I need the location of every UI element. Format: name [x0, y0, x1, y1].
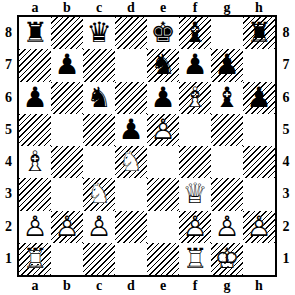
piece-glyph: ♚: [147, 17, 179, 49]
piece-white-pawn[interactable]: ♟♙: [83, 211, 115, 243]
square-h7[interactable]: [243, 49, 275, 81]
square-a4[interactable]: ♝♗: [19, 146, 51, 178]
piece-glyph: ♗: [179, 82, 211, 114]
square-e1[interactable]: [147, 243, 179, 275]
rank-label-5-left: 5: [0, 114, 17, 146]
rank-label-6-right: 6: [277, 82, 295, 114]
square-b6[interactable]: [51, 82, 83, 114]
piece-white-king[interactable]: ♚♔: [211, 243, 243, 275]
rank-labels-right: 87654321: [277, 15, 295, 277]
piece-glyph: ♗: [19, 146, 51, 178]
file-labels-bottom: abcdefgh: [17, 277, 277, 295]
piece-white-knight[interactable]: ♞♘: [115, 146, 147, 178]
square-g8[interactable]: [211, 17, 243, 49]
file-label-h-bottom: h: [243, 277, 275, 295]
piece-glyph: ♟: [147, 82, 179, 114]
piece-black-knight[interactable]: ♞: [147, 49, 179, 81]
piece-glyph: ♖: [179, 243, 211, 275]
piece-white-pawn[interactable]: ♟♙: [211, 211, 243, 243]
rank-label-7-left: 7: [0, 49, 17, 81]
square-e8[interactable]: ♚: [147, 17, 179, 49]
square-h8[interactable]: ♜: [243, 17, 275, 49]
piece-black-pawn[interactable]: ♟: [19, 82, 51, 114]
piece-white-pawn[interactable]: ♟♙: [179, 211, 211, 243]
rank-label-2-left: 2: [0, 211, 17, 243]
square-g2[interactable]: ♟♙: [211, 211, 243, 243]
file-label-b-bottom: b: [51, 277, 83, 295]
piece-black-bishop[interactable]: ♝: [179, 17, 211, 49]
rank-label-8-right: 8: [277, 17, 295, 49]
piece-glyph: ♕: [179, 178, 211, 210]
corner-top-left: [0, 0, 17, 15]
file-label-d-bottom: d: [115, 277, 147, 295]
rank-label-1-right: 1: [277, 243, 295, 275]
square-g5[interactable]: [211, 114, 243, 146]
piece-black-pawn[interactable]: ♟: [51, 49, 83, 81]
square-c5[interactable]: [83, 114, 115, 146]
piece-glyph: ♙: [51, 211, 83, 243]
rank-label-2-right: 2: [277, 211, 295, 243]
rank-label-4-right: 4: [277, 146, 295, 178]
file-label-b-top: b: [51, 0, 83, 15]
corner-bottom-left: [0, 277, 17, 295]
file-label-f-top: f: [179, 0, 211, 15]
corner-bottom-right: [277, 277, 295, 295]
square-g4[interactable]: [211, 146, 243, 178]
piece-black-king[interactable]: ♚: [147, 17, 179, 49]
piece-black-rook[interactable]: ♜: [19, 17, 51, 49]
square-e7[interactable]: ♞: [147, 49, 179, 81]
piece-white-pawn[interactable]: ♟♙: [51, 211, 83, 243]
square-d6[interactable]: [115, 82, 147, 114]
corner-top-right: [277, 0, 295, 15]
square-d7[interactable]: [115, 49, 147, 81]
square-b5[interactable]: [51, 114, 83, 146]
file-label-c-bottom: c: [83, 277, 115, 295]
square-c8[interactable]: ♛: [83, 17, 115, 49]
piece-white-bishop[interactable]: ♝♗: [19, 146, 51, 178]
piece-black-pawn[interactable]: ♟: [115, 114, 147, 146]
file-label-h-top: h: [243, 0, 275, 15]
file-label-f-bottom: f: [179, 277, 211, 295]
square-e3[interactable]: [147, 178, 179, 210]
chess-board: ♜♛♚♝♜♟♞♟♟♟♞♟♝♗♝♟♟♟♙♝♗♞♘♞♘♛♕♟♙♟♙♟♙♟♙♟♙♟♙♜…: [17, 15, 277, 277]
square-e6[interactable]: ♟: [147, 82, 179, 114]
square-f4[interactable]: [179, 146, 211, 178]
rank-label-3-right: 3: [277, 178, 295, 210]
piece-white-rook[interactable]: ♜♖: [179, 243, 211, 275]
square-f2[interactable]: ♟♙: [179, 211, 211, 243]
square-f1[interactable]: ♜♖: [179, 243, 211, 275]
square-c4[interactable]: [83, 146, 115, 178]
piece-glyph: ♙: [243, 211, 275, 243]
piece-glyph: ♟: [243, 82, 275, 114]
piece-white-knight[interactable]: ♞♘: [83, 178, 115, 210]
piece-glyph: ♞: [147, 49, 179, 81]
piece-glyph: ♙: [147, 114, 179, 146]
square-a7[interactable]: [19, 49, 51, 81]
piece-white-pawn[interactable]: ♟♙: [19, 211, 51, 243]
square-b1[interactable]: [51, 243, 83, 275]
piece-glyph: ♟: [19, 82, 51, 114]
piece-white-pawn[interactable]: ♟♙: [147, 114, 179, 146]
piece-black-bishop[interactable]: ♝: [211, 82, 243, 114]
piece-glyph: ♘: [83, 178, 115, 210]
square-h6[interactable]: ♟: [243, 82, 275, 114]
rank-label-8-left: 8: [0, 17, 17, 49]
square-f5[interactable]: [179, 114, 211, 146]
piece-glyph: ♙: [83, 211, 115, 243]
square-d2[interactable]: [115, 211, 147, 243]
piece-white-queen[interactable]: ♛♕: [179, 178, 211, 210]
piece-black-pawn[interactable]: ♟: [147, 82, 179, 114]
square-d4[interactable]: ♞♘: [115, 146, 147, 178]
square-f3[interactable]: ♛♕: [179, 178, 211, 210]
square-c3[interactable]: ♞♘: [83, 178, 115, 210]
square-d8[interactable]: [115, 17, 147, 49]
piece-glyph: ♛: [83, 17, 115, 49]
square-g3[interactable]: [211, 178, 243, 210]
piece-glyph: ♝: [211, 82, 243, 114]
square-a2[interactable]: ♟♙: [19, 211, 51, 243]
piece-glyph: ♙: [19, 211, 51, 243]
piece-glyph: ♞: [83, 82, 115, 114]
file-label-e-bottom: e: [147, 277, 179, 295]
rank-label-4-left: 4: [0, 146, 17, 178]
file-label-a-top: a: [19, 0, 51, 15]
rank-label-6-left: 6: [0, 82, 17, 114]
square-c1[interactable]: [83, 243, 115, 275]
piece-black-queen[interactable]: ♛: [83, 17, 115, 49]
square-e5[interactable]: ♟♙: [147, 114, 179, 146]
file-label-d-top: d: [115, 0, 147, 15]
square-h2[interactable]: ♟♙: [243, 211, 275, 243]
square-b4[interactable]: [51, 146, 83, 178]
square-g6[interactable]: ♝: [211, 82, 243, 114]
piece-glyph: ♖: [19, 243, 51, 275]
piece-black-rook[interactable]: ♜: [243, 17, 275, 49]
square-b2[interactable]: ♟♙: [51, 211, 83, 243]
file-label-e-top: e: [147, 0, 179, 15]
piece-glyph: ♟: [51, 49, 83, 81]
square-e2[interactable]: [147, 211, 179, 243]
piece-white-pawn[interactable]: ♟♙: [243, 211, 275, 243]
square-h1[interactable]: [243, 243, 275, 275]
square-b8[interactable]: [51, 17, 83, 49]
square-b7[interactable]: ♟: [51, 49, 83, 81]
piece-white-rook[interactable]: ♜♖: [19, 243, 51, 275]
piece-glyph: ♟: [211, 49, 243, 81]
piece-glyph: ♝: [179, 17, 211, 49]
square-a1[interactable]: ♜♖: [19, 243, 51, 275]
square-h4[interactable]: [243, 146, 275, 178]
piece-black-pawn[interactable]: ♟: [243, 82, 275, 114]
square-d3[interactable]: [115, 178, 147, 210]
piece-black-knight[interactable]: ♞: [83, 82, 115, 114]
square-e4[interactable]: [147, 146, 179, 178]
square-h5[interactable]: [243, 114, 275, 146]
square-c2[interactable]: ♟♙: [83, 211, 115, 243]
square-f8[interactable]: ♝: [179, 17, 211, 49]
piece-glyph: ♘: [115, 146, 147, 178]
piece-glyph: ♟: [115, 114, 147, 146]
square-a8[interactable]: ♜: [19, 17, 51, 49]
piece-glyph: ♔: [211, 243, 243, 275]
rank-label-5-right: 5: [277, 114, 295, 146]
square-g1[interactable]: ♚♔: [211, 243, 243, 275]
piece-glyph: ♜: [19, 17, 51, 49]
piece-glyph: ♟: [179, 49, 211, 81]
square-a5[interactable]: [19, 114, 51, 146]
square-h3[interactable]: [243, 178, 275, 210]
file-label-g-bottom: g: [211, 277, 243, 295]
piece-white-bishop[interactable]: ♝♗: [179, 82, 211, 114]
piece-black-pawn[interactable]: ♟: [211, 49, 243, 81]
file-label-c-top: c: [83, 0, 115, 15]
file-labels-top: abcdefgh: [17, 0, 277, 15]
square-b3[interactable]: [51, 178, 83, 210]
square-c6[interactable]: ♞: [83, 82, 115, 114]
piece-black-pawn[interactable]: ♟: [179, 49, 211, 81]
square-d1[interactable]: [115, 243, 147, 275]
square-f7[interactable]: ♟: [179, 49, 211, 81]
square-d5[interactable]: ♟: [115, 114, 147, 146]
rank-label-3-left: 3: [0, 178, 17, 210]
rank-label-1-left: 1: [0, 243, 17, 275]
rank-label-7-right: 7: [277, 49, 295, 81]
square-a3[interactable]: [19, 178, 51, 210]
piece-glyph: ♜: [243, 17, 275, 49]
square-f6[interactable]: ♝♗: [179, 82, 211, 114]
square-g7[interactable]: ♟: [211, 49, 243, 81]
chess-diagram: abcdefgh 87654321 ♜♛♚♝♜♟♞♟♟♟♞♟♝♗♝♟♟♟♙♝♗♞…: [0, 0, 295, 295]
file-label-a-bottom: a: [19, 277, 51, 295]
square-c7[interactable]: [83, 49, 115, 81]
file-label-g-top: g: [211, 0, 243, 15]
square-a6[interactable]: ♟: [19, 82, 51, 114]
piece-glyph: ♙: [179, 211, 211, 243]
rank-labels-left: 87654321: [0, 15, 17, 277]
piece-glyph: ♙: [211, 211, 243, 243]
